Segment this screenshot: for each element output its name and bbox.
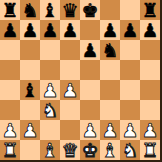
black-pawn[interactable]: ♟ xyxy=(121,20,138,40)
square-a2[interactable]: ♟ xyxy=(0,120,20,140)
square-h1[interactable]: ♜ xyxy=(140,140,160,160)
black-queen[interactable]: ♛ xyxy=(61,0,78,20)
square-h4[interactable] xyxy=(140,80,160,100)
chess-board: ♜♞♝♛♚♜♟♟♟♟♟♟♟♟♞♝♟♟♞♟♟♟♟♟♟♜♝♛♚♝♞♜ xyxy=(0,0,162,162)
white-rook[interactable]: ♜ xyxy=(141,140,158,160)
square-c4[interactable]: ♟ xyxy=(40,80,60,100)
square-f5[interactable] xyxy=(100,60,120,80)
black-king[interactable]: ♚ xyxy=(81,0,98,20)
black-knight[interactable]: ♞ xyxy=(101,40,118,60)
square-f2[interactable]: ♟ xyxy=(100,120,120,140)
white-pawn[interactable]: ♟ xyxy=(21,120,38,140)
black-pawn[interactable]: ♟ xyxy=(41,20,58,40)
white-pawn[interactable]: ♟ xyxy=(81,120,98,140)
square-g7[interactable]: ♟ xyxy=(120,20,140,40)
square-a1[interactable]: ♜ xyxy=(0,140,20,160)
square-e8[interactable]: ♚ xyxy=(80,0,100,20)
square-b2[interactable]: ♟ xyxy=(20,120,40,140)
square-c3[interactable]: ♞ xyxy=(40,100,60,120)
square-c1[interactable]: ♝ xyxy=(40,140,60,160)
square-h8[interactable]: ♜ xyxy=(140,0,160,20)
square-h5[interactable] xyxy=(140,60,160,80)
square-d3[interactable] xyxy=(60,100,80,120)
square-b5[interactable] xyxy=(20,60,40,80)
square-d7[interactable]: ♟ xyxy=(60,20,80,40)
square-e6[interactable]: ♟ xyxy=(80,40,100,60)
square-f6[interactable]: ♞ xyxy=(100,40,120,60)
white-knight[interactable]: ♞ xyxy=(41,100,58,120)
white-pawn[interactable]: ♟ xyxy=(61,80,78,100)
black-rook[interactable]: ♜ xyxy=(141,0,158,20)
square-g2[interactable]: ♟ xyxy=(120,120,140,140)
square-g3[interactable] xyxy=(120,100,140,120)
square-a3[interactable] xyxy=(0,100,20,120)
square-a8[interactable]: ♜ xyxy=(0,0,20,20)
square-d4[interactable]: ♟ xyxy=(60,80,80,100)
square-b3[interactable] xyxy=(20,100,40,120)
square-f8[interactable] xyxy=(100,0,120,20)
square-d6[interactable] xyxy=(60,40,80,60)
black-knight[interactable]: ♞ xyxy=(21,0,38,20)
square-f7[interactable]: ♟ xyxy=(100,20,120,40)
black-pawn[interactable]: ♟ xyxy=(81,40,98,60)
square-a6[interactable] xyxy=(0,40,20,60)
black-bishop[interactable]: ♝ xyxy=(41,0,58,20)
square-h6[interactable] xyxy=(140,40,160,60)
square-b4[interactable]: ♝ xyxy=(20,80,40,100)
square-g5[interactable] xyxy=(120,60,140,80)
white-pawn[interactable]: ♟ xyxy=(1,120,18,140)
square-c8[interactable]: ♝ xyxy=(40,0,60,20)
chess-board-wrapper: ♜♞♝♛♚♜♟♟♟♟♟♟♟♟♞♝♟♟♞♟♟♟♟♟♟♜♝♛♚♝♞♜ xyxy=(0,0,162,162)
white-pawn[interactable]: ♟ xyxy=(121,120,138,140)
square-h3[interactable] xyxy=(140,100,160,120)
square-a5[interactable] xyxy=(0,60,20,80)
square-c5[interactable] xyxy=(40,60,60,80)
square-c6[interactable] xyxy=(40,40,60,60)
black-pawn[interactable]: ♟ xyxy=(141,20,158,40)
square-h7[interactable]: ♟ xyxy=(140,20,160,40)
square-c2[interactable] xyxy=(40,120,60,140)
square-e7[interactable] xyxy=(80,20,100,40)
square-g6[interactable] xyxy=(120,40,140,60)
square-e5[interactable] xyxy=(80,60,100,80)
white-pawn[interactable]: ♟ xyxy=(101,120,118,140)
square-d8[interactable]: ♛ xyxy=(60,0,80,20)
square-e4[interactable] xyxy=(80,80,100,100)
square-f1[interactable]: ♝ xyxy=(100,140,120,160)
square-g1[interactable]: ♞ xyxy=(120,140,140,160)
white-pawn[interactable]: ♟ xyxy=(41,80,58,100)
black-pawn[interactable]: ♟ xyxy=(21,20,38,40)
black-pawn[interactable]: ♟ xyxy=(61,20,78,40)
square-d2[interactable] xyxy=(60,120,80,140)
square-e1[interactable]: ♚ xyxy=(80,140,100,160)
square-a4[interactable] xyxy=(0,80,20,100)
square-b6[interactable] xyxy=(20,40,40,60)
square-b7[interactable]: ♟ xyxy=(20,20,40,40)
square-h2[interactable]: ♟ xyxy=(140,120,160,140)
square-d5[interactable] xyxy=(60,60,80,80)
white-rook[interactable]: ♜ xyxy=(1,140,18,160)
square-c7[interactable]: ♟ xyxy=(40,20,60,40)
square-g4[interactable] xyxy=(120,80,140,100)
square-b8[interactable]: ♞ xyxy=(20,0,40,20)
square-f4[interactable] xyxy=(100,80,120,100)
white-queen[interactable]: ♛ xyxy=(61,140,78,160)
white-knight[interactable]: ♞ xyxy=(121,140,138,160)
white-pawn[interactable]: ♟ xyxy=(141,120,158,140)
black-pawn[interactable]: ♟ xyxy=(1,20,18,40)
square-e2[interactable]: ♟ xyxy=(80,120,100,140)
black-bishop[interactable]: ♝ xyxy=(21,80,38,100)
black-pawn[interactable]: ♟ xyxy=(101,20,118,40)
square-g8[interactable] xyxy=(120,0,140,20)
black-rook[interactable]: ♜ xyxy=(1,0,18,20)
square-b1[interactable] xyxy=(20,140,40,160)
white-bishop[interactable]: ♝ xyxy=(101,140,118,160)
square-d1[interactable]: ♛ xyxy=(60,140,80,160)
white-bishop[interactable]: ♝ xyxy=(41,140,58,160)
white-king[interactable]: ♚ xyxy=(81,140,98,160)
square-e3[interactable] xyxy=(80,100,100,120)
square-a7[interactable]: ♟ xyxy=(0,20,20,40)
square-f3[interactable] xyxy=(100,100,120,120)
